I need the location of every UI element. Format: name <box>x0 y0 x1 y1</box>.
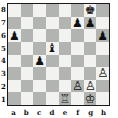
square-f6[interactable] <box>71 29 84 42</box>
file-label-b: b <box>20 107 33 117</box>
square-e5[interactable] <box>59 42 72 55</box>
square-h1[interactable] <box>96 92 109 105</box>
square-b3[interactable] <box>21 67 34 80</box>
file-label-g: g <box>84 107 97 117</box>
square-e3[interactable] <box>59 67 72 80</box>
square-e8[interactable] <box>59 4 72 17</box>
square-h5[interactable] <box>96 42 109 55</box>
square-a5[interactable] <box>8 42 21 55</box>
square-g2[interactable]: ♙ <box>84 80 97 93</box>
square-e1[interactable]: ♖ <box>59 92 72 105</box>
rank-label-4: 4 <box>0 55 7 68</box>
white-king: ♔ <box>85 92 96 104</box>
square-e7[interactable] <box>59 17 72 30</box>
square-f1[interactable] <box>71 92 84 105</box>
square-b1[interactable] <box>21 92 34 105</box>
square-d2[interactable] <box>46 80 59 93</box>
square-e4[interactable] <box>59 55 72 68</box>
square-b6[interactable] <box>21 29 34 42</box>
white-pawn: ♙ <box>72 80 83 92</box>
square-f7[interactable]: ♟ <box>71 17 84 30</box>
square-h4[interactable] <box>96 55 109 68</box>
square-f3[interactable] <box>71 67 84 80</box>
file-label-e: e <box>59 107 72 117</box>
square-g4[interactable] <box>84 55 97 68</box>
square-e2[interactable] <box>59 80 72 93</box>
square-d3[interactable] <box>46 67 59 80</box>
square-b5[interactable] <box>21 42 34 55</box>
file-label-c: c <box>33 107 46 117</box>
square-c3[interactable] <box>33 67 46 80</box>
square-f2[interactable]: ♙ <box>71 80 84 93</box>
square-d6[interactable] <box>46 29 59 42</box>
square-h3[interactable]: ♙ <box>96 67 109 80</box>
square-h2[interactable] <box>96 80 109 93</box>
square-b7[interactable] <box>21 17 34 30</box>
white-pawn: ♙ <box>97 67 108 79</box>
square-a8[interactable] <box>8 4 21 17</box>
square-c8[interactable] <box>33 4 46 17</box>
square-g5[interactable] <box>84 42 97 55</box>
square-g6[interactable] <box>84 29 97 42</box>
square-a6[interactable]: ♟ <box>8 29 21 42</box>
chess-diagram: 87654321 ♚♟♟♟♟♝♟♙♙♙♖♔ abcdefgh <box>0 0 118 118</box>
square-a7[interactable] <box>8 17 21 30</box>
square-g7[interactable]: ♟ <box>84 17 97 30</box>
rank-label-3: 3 <box>0 67 7 80</box>
file-label-a: a <box>7 107 20 117</box>
square-d1[interactable] <box>46 92 59 105</box>
black-pawn: ♟ <box>72 17 83 29</box>
square-f5[interactable] <box>71 42 84 55</box>
square-a1[interactable] <box>8 92 21 105</box>
square-c4[interactable]: ♟ <box>33 55 46 68</box>
square-b2[interactable] <box>21 80 34 93</box>
rank-label-8: 8 <box>0 3 7 16</box>
square-f4[interactable] <box>71 55 84 68</box>
square-h8[interactable] <box>96 4 109 17</box>
rank-label-5: 5 <box>0 42 7 55</box>
square-g1[interactable]: ♔ <box>84 92 97 105</box>
square-d7[interactable] <box>46 17 59 30</box>
white-rook: ♖ <box>59 92 70 104</box>
square-c7[interactable] <box>33 17 46 30</box>
rank-label-6: 6 <box>0 29 7 42</box>
black-pawn: ♟ <box>85 17 96 29</box>
square-c1[interactable] <box>33 92 46 105</box>
square-d8[interactable] <box>46 4 59 17</box>
square-b4[interactable] <box>21 55 34 68</box>
black-pawn: ♟ <box>9 29 20 41</box>
file-label-f: f <box>71 107 84 117</box>
square-h7[interactable] <box>96 17 109 30</box>
square-f8[interactable] <box>71 4 84 17</box>
square-a3[interactable] <box>8 67 21 80</box>
square-g3[interactable] <box>84 67 97 80</box>
rank-label-2: 2 <box>0 80 7 93</box>
white-pawn: ♙ <box>85 80 96 92</box>
square-e6[interactable] <box>59 29 72 42</box>
square-b8[interactable] <box>21 4 34 17</box>
square-a2[interactable] <box>8 80 21 93</box>
black-bishop: ♝ <box>47 42 58 54</box>
file-label-h: h <box>97 107 110 117</box>
square-c5[interactable] <box>33 42 46 55</box>
file-labels: abcdefgh <box>7 107 110 117</box>
black-pawn: ♟ <box>97 29 108 41</box>
square-c2[interactable] <box>33 80 46 93</box>
rank-label-1: 1 <box>0 93 7 106</box>
square-h6[interactable]: ♟ <box>96 29 109 42</box>
square-d4[interactable] <box>46 55 59 68</box>
file-label-d: d <box>46 107 59 117</box>
square-g8[interactable]: ♚ <box>84 4 97 17</box>
square-a4[interactable] <box>8 55 21 68</box>
square-c6[interactable] <box>33 29 46 42</box>
square-d5[interactable]: ♝ <box>46 42 59 55</box>
board: ♚♟♟♟♟♝♟♙♙♙♖♔ <box>7 3 110 106</box>
rank-labels: 87654321 <box>0 3 7 106</box>
rank-label-7: 7 <box>0 16 7 29</box>
black-pawn: ♟ <box>34 55 45 67</box>
black-king: ♚ <box>85 4 96 16</box>
